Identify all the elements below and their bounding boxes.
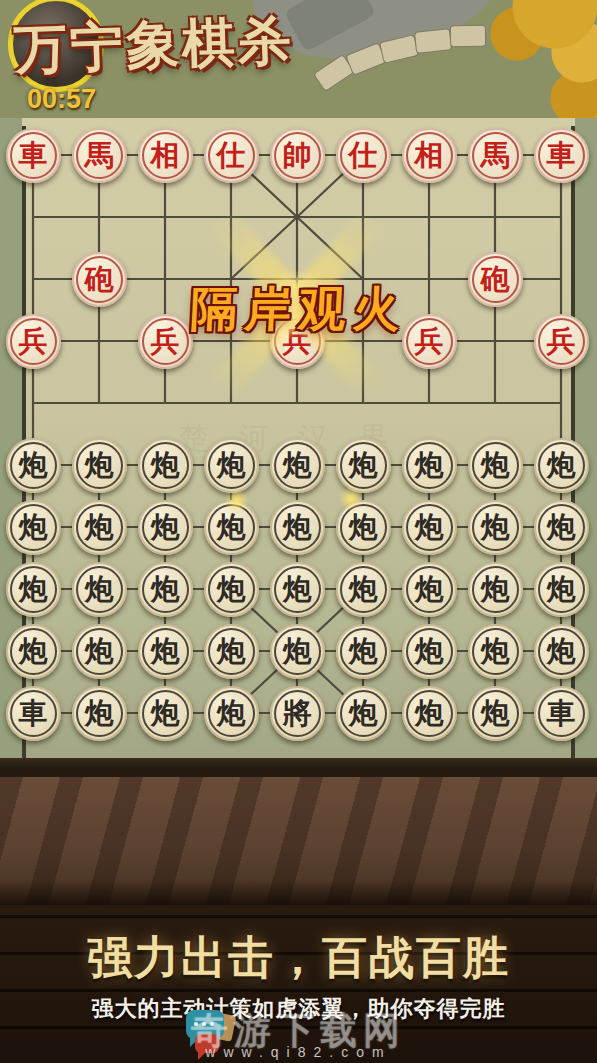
black-piece[interactable]: 炮: [6, 562, 61, 617]
piece-glyph: 炮: [74, 688, 125, 739]
piece-glyph: 炮: [470, 688, 521, 739]
board-cell[interactable]: 炮: [396, 558, 462, 620]
red-piece[interactable]: 帥: [270, 128, 325, 183]
board-cell[interactable]: 炮: [330, 558, 396, 620]
black-piece[interactable]: 炮: [138, 562, 193, 617]
stratagem-caption: 隔岸观火: [0, 278, 597, 341]
board-cell[interactable]: 車: [528, 124, 594, 186]
board-cell[interactable]: [66, 186, 132, 248]
board-cell[interactable]: 炮: [330, 620, 396, 682]
board-cell[interactable]: 炮: [0, 558, 66, 620]
board-cell[interactable]: 炮: [0, 496, 66, 558]
board-cell[interactable]: 炮: [396, 496, 462, 558]
black-piece[interactable]: 炮: [204, 624, 259, 679]
piece-glyph: 炮: [206, 688, 257, 739]
black-piece[interactable]: 炮: [6, 500, 61, 555]
spark: [226, 488, 248, 514]
black-piece[interactable]: 炮: [468, 500, 523, 555]
black-piece[interactable]: 炮: [138, 624, 193, 679]
black-piece[interactable]: 炮: [336, 562, 391, 617]
black-piece[interactable]: 炮: [468, 624, 523, 679]
black-piece[interactable]: 炮: [72, 562, 127, 617]
black-piece[interactable]: 炮: [402, 686, 457, 741]
board-cell[interactable]: 炮: [396, 434, 462, 496]
autumn-foliage: [427, 0, 597, 130]
board-cell[interactable]: 炮: [198, 558, 264, 620]
piece-glyph: 炮: [206, 440, 257, 491]
board-cell[interactable]: 炮: [198, 682, 264, 744]
board-cell[interactable]: 炮: [66, 496, 132, 558]
board-cell[interactable]: [132, 372, 198, 434]
black-piece[interactable]: 炮: [402, 500, 457, 555]
piece-glyph: 炮: [404, 440, 455, 491]
piece-glyph: 炮: [140, 564, 191, 615]
piece-glyph: 仕: [338, 130, 389, 181]
piece-glyph: 炮: [338, 564, 389, 615]
black-piece[interactable]: 炮: [138, 686, 193, 741]
black-piece[interactable]: 炮: [336, 624, 391, 679]
piece-glyph: 帥: [272, 130, 323, 181]
black-piece[interactable]: 炮: [72, 624, 127, 679]
black-piece[interactable]: 炮: [534, 500, 589, 555]
black-piece[interactable]: 炮: [6, 438, 61, 493]
red-piece[interactable]: 相: [138, 128, 193, 183]
board-cell[interactable]: 相: [396, 124, 462, 186]
board-cell[interactable]: 炮: [66, 558, 132, 620]
black-piece[interactable]: 炮: [72, 438, 127, 493]
black-piece[interactable]: 車: [6, 686, 61, 741]
piece-glyph: 炮: [536, 626, 587, 677]
piece-glyph: 炮: [140, 440, 191, 491]
black-piece[interactable]: 將: [270, 686, 325, 741]
piece-glyph: 車: [536, 130, 587, 181]
board-cell[interactable]: 車: [528, 682, 594, 744]
board-cell[interactable]: 炮: [132, 620, 198, 682]
board-cell[interactable]: [396, 372, 462, 434]
piece-glyph: 相: [140, 130, 191, 181]
board-cell[interactable]: 炮: [198, 434, 264, 496]
banner-headline: 强力出击，百战百胜: [0, 928, 597, 988]
board-cell[interactable]: 帥: [264, 124, 330, 186]
piece-glyph: 仕: [206, 130, 257, 181]
red-piece[interactable]: 仕: [336, 128, 391, 183]
board-cell[interactable]: 炮: [462, 558, 528, 620]
piece-glyph: 炮: [140, 688, 191, 739]
piece-glyph: 炮: [74, 502, 125, 553]
board-cell[interactable]: 炮: [66, 434, 132, 496]
black-piece[interactable]: 炮: [402, 562, 457, 617]
board-cell[interactable]: 車: [0, 124, 66, 186]
piece-glyph: 炮: [206, 564, 257, 615]
piece-glyph: 炮: [8, 626, 59, 677]
board-cell[interactable]: 炮: [528, 620, 594, 682]
board-cell[interactable]: 將: [264, 682, 330, 744]
black-piece[interactable]: 炮: [72, 500, 127, 555]
black-piece[interactable]: 炮: [72, 686, 127, 741]
piece-glyph: 炮: [140, 626, 191, 677]
board-cell[interactable]: 炮: [330, 496, 396, 558]
piece-glyph: 將: [272, 688, 323, 739]
black-piece[interactable]: 炮: [534, 624, 589, 679]
black-piece[interactable]: 炮: [402, 624, 457, 679]
board-cell[interactable]: 炮: [132, 682, 198, 744]
board-cell[interactable]: 仕: [198, 124, 264, 186]
black-piece[interactable]: 炮: [468, 686, 523, 741]
board-cell[interactable]: 炮: [462, 496, 528, 558]
black-piece[interactable]: 炮: [336, 438, 391, 493]
piece-glyph: 炮: [338, 688, 389, 739]
piece-glyph: 車: [536, 688, 587, 739]
piece-glyph: 相: [404, 130, 455, 181]
piece-glyph: 炮: [272, 502, 323, 553]
piece-glyph: 炮: [272, 626, 323, 677]
piece-glyph: 車: [8, 688, 59, 739]
black-piece[interactable]: 炮: [534, 438, 589, 493]
black-piece[interactable]: 炮: [204, 438, 259, 493]
piece-glyph: 炮: [74, 564, 125, 615]
board-cell[interactable]: 炮: [462, 434, 528, 496]
red-piece[interactable]: 馬: [72, 128, 127, 183]
board-cell[interactable]: 炮: [528, 558, 594, 620]
black-piece[interactable]: 炮: [402, 438, 457, 493]
black-piece[interactable]: 炮: [6, 624, 61, 679]
board-cell[interactable]: 炮: [396, 620, 462, 682]
watermark-url: www.qi82.com: [0, 1044, 597, 1060]
board-cell[interactable]: [396, 186, 462, 248]
board-cell[interactable]: 車: [0, 682, 66, 744]
piece-glyph: 炮: [338, 440, 389, 491]
black-piece[interactable]: 車: [534, 686, 589, 741]
piece-glyph: 炮: [8, 440, 59, 491]
piece-glyph: 車: [8, 130, 59, 181]
board-cell[interactable]: [528, 186, 594, 248]
ad-screen: 万宁象棋杀 00:57 楚河汉界 車馬相仕帥仕相馬車砲砲兵兵兵兵兵炮炮炮炮炮炮炮…: [0, 0, 597, 1063]
board-cell[interactable]: 炮: [330, 682, 396, 744]
piece-glyph: 炮: [536, 440, 587, 491]
black-piece[interactable]: 炮: [270, 438, 325, 493]
board-cell[interactable]: 炮: [462, 682, 528, 744]
piece-glyph: 炮: [470, 440, 521, 491]
board-grid[interactable]: 車馬相仕帥仕相馬車砲砲兵兵兵兵兵炮炮炮炮炮炮炮炮炮炮炮炮炮炮炮炮炮炮炮炮炮炮炮炮…: [0, 124, 594, 744]
board-cell[interactable]: 炮: [198, 620, 264, 682]
board-cell[interactable]: 炮: [264, 558, 330, 620]
piece-glyph: 炮: [536, 502, 587, 553]
board-cell[interactable]: [462, 186, 528, 248]
piece-glyph: 炮: [8, 502, 59, 553]
board-cell[interactable]: 炮: [132, 496, 198, 558]
black-piece[interactable]: 炮: [336, 686, 391, 741]
board-cell[interactable]: 相: [132, 124, 198, 186]
board-cell[interactable]: 炮: [264, 496, 330, 558]
piece-glyph: 炮: [470, 502, 521, 553]
piece-glyph: 炮: [404, 502, 455, 553]
board-cell[interactable]: 炮: [264, 620, 330, 682]
countdown-timer: 00:57: [27, 84, 96, 115]
piece-glyph: 炮: [470, 564, 521, 615]
board-cell[interactable]: 炮: [330, 434, 396, 496]
piece-glyph: 炮: [74, 440, 125, 491]
black-piece[interactable]: 炮: [468, 438, 523, 493]
piece-glyph: 炮: [206, 626, 257, 677]
board-cell[interactable]: 炮: [66, 620, 132, 682]
black-piece[interactable]: 炮: [534, 562, 589, 617]
xiangqi-board[interactable]: 楚河汉界 車馬相仕帥仕相馬車砲砲兵兵兵兵兵炮炮炮炮炮炮炮炮炮炮炮炮炮炮炮炮炮炮炮…: [0, 118, 597, 768]
piece-glyph: 炮: [140, 502, 191, 553]
piece-glyph: 炮: [404, 626, 455, 677]
board-cell[interactable]: [462, 372, 528, 434]
board-cell[interactable]: [264, 372, 330, 434]
board-cell[interactable]: 炮: [528, 434, 594, 496]
board-cell[interactable]: 炮: [132, 558, 198, 620]
board-cell[interactable]: 炮: [0, 620, 66, 682]
board-cell[interactable]: 馬: [66, 124, 132, 186]
piece-glyph: 炮: [536, 564, 587, 615]
board-cell[interactable]: 炮: [0, 434, 66, 496]
piece-glyph: 馬: [74, 130, 125, 181]
red-piece[interactable]: 仕: [204, 128, 259, 183]
spark: [340, 486, 362, 512]
red-piece[interactable]: 車: [6, 128, 61, 183]
game-title: 万宁象棋杀: [13, 1, 415, 87]
black-piece[interactable]: 炮: [204, 562, 259, 617]
red-piece[interactable]: 相: [402, 128, 457, 183]
black-piece[interactable]: 炮: [204, 686, 259, 741]
board-cell[interactable]: [66, 372, 132, 434]
piece-glyph: 炮: [74, 626, 125, 677]
black-piece[interactable]: 炮: [138, 438, 193, 493]
board-cell[interactable]: 仕: [330, 124, 396, 186]
board-cell[interactable]: 炮: [462, 620, 528, 682]
board-cell[interactable]: [0, 186, 66, 248]
black-piece[interactable]: 炮: [138, 500, 193, 555]
board-cell[interactable]: [132, 186, 198, 248]
piece-glyph: 炮: [338, 626, 389, 677]
piece-glyph: 炮: [404, 688, 455, 739]
board-cell[interactable]: 炮: [528, 496, 594, 558]
board-cell[interactable]: [0, 372, 66, 434]
board-cell[interactable]: 炮: [264, 434, 330, 496]
red-piece[interactable]: 車: [534, 128, 589, 183]
black-piece[interactable]: 炮: [270, 624, 325, 679]
piece-glyph: 炮: [272, 564, 323, 615]
piece-glyph: 炮: [404, 564, 455, 615]
board-cell[interactable]: 馬: [462, 124, 528, 186]
board-cell[interactable]: [264, 186, 330, 248]
board-cell[interactable]: 炮: [66, 682, 132, 744]
piece-glyph: 馬: [470, 130, 521, 181]
wood-table: [0, 768, 597, 905]
board-cell[interactable]: [528, 372, 594, 434]
piece-glyph: 炮: [470, 626, 521, 677]
piece-glyph: 炮: [272, 440, 323, 491]
board-cell[interactable]: 炮: [132, 434, 198, 496]
black-piece[interactable]: 炮: [270, 562, 325, 617]
red-piece[interactable]: 馬: [468, 128, 523, 183]
board-cell[interactable]: 炮: [396, 682, 462, 744]
black-piece[interactable]: 炮: [468, 562, 523, 617]
black-piece[interactable]: 炮: [270, 500, 325, 555]
piece-glyph: 炮: [8, 564, 59, 615]
